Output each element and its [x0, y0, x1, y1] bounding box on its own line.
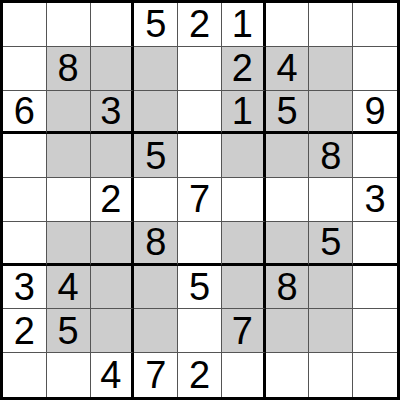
cell-r1c4-given[interactable]: 5: [134, 3, 178, 47]
cell-r8c1-given[interactable]: 2: [3, 309, 47, 353]
cell-r8c9-empty[interactable]: [353, 309, 397, 353]
cell-r1c6-given[interactable]: 1: [222, 3, 266, 47]
cell-r5c8-empty[interactable]: [309, 178, 353, 222]
cell-r9c6-empty[interactable]: [222, 353, 266, 397]
cell-r6c8-given[interactable]: 5: [309, 222, 353, 266]
cell-r9c2-empty[interactable]: [47, 353, 91, 397]
cell-r4c9-empty[interactable]: [353, 134, 397, 178]
cell-r6c6-empty[interactable]: [222, 222, 266, 266]
cell-r6c9-empty[interactable]: [353, 222, 397, 266]
cell-r7c1-given[interactable]: 3: [3, 266, 47, 310]
cell-r4c4-given[interactable]: 5: [134, 134, 178, 178]
cell-r2c4-empty[interactable]: [134, 47, 178, 91]
cell-r3c3-given[interactable]: 3: [91, 91, 135, 135]
cell-r3c4-empty[interactable]: [134, 91, 178, 135]
cell-r1c5-given[interactable]: 2: [178, 3, 222, 47]
cell-r7c9-empty[interactable]: [353, 266, 397, 310]
cell-r4c3-empty[interactable]: [91, 134, 135, 178]
cell-r1c3-empty[interactable]: [91, 3, 135, 47]
cell-r1c8-empty[interactable]: [309, 3, 353, 47]
cell-r9c8-empty[interactable]: [309, 353, 353, 397]
cell-r5c1-empty[interactable]: [3, 178, 47, 222]
cell-r2c8-empty[interactable]: [309, 47, 353, 91]
cell-r5c2-empty[interactable]: [47, 178, 91, 222]
cell-r7c4-empty[interactable]: [134, 266, 178, 310]
cell-r4c8-given[interactable]: 8: [309, 134, 353, 178]
cell-r1c2-empty[interactable]: [47, 3, 91, 47]
cell-r1c1-empty[interactable]: [3, 3, 47, 47]
cell-r1c9-empty[interactable]: [353, 3, 397, 47]
cell-r8c8-empty[interactable]: [309, 309, 353, 353]
cell-r7c7-given[interactable]: 8: [266, 266, 310, 310]
cell-r4c2-empty[interactable]: [47, 134, 91, 178]
cell-r5c3-given[interactable]: 2: [91, 178, 135, 222]
cell-r2c3-empty[interactable]: [91, 47, 135, 91]
cell-r2c7-given[interactable]: 4: [266, 47, 310, 91]
cell-r5c9-given[interactable]: 3: [353, 178, 397, 222]
cell-r8c6-given[interactable]: 7: [222, 309, 266, 353]
cell-r5c6-empty[interactable]: [222, 178, 266, 222]
cell-r4c5-empty[interactable]: [178, 134, 222, 178]
cell-r9c9-given[interactable]: [353, 353, 397, 397]
cell-r8c2-given[interactable]: 5: [47, 309, 91, 353]
cell-r5c5-given[interactable]: 7: [178, 178, 222, 222]
cell-r2c5-empty[interactable]: [178, 47, 222, 91]
cell-r2c2-given[interactable]: 8: [47, 47, 91, 91]
cell-r7c3-empty[interactable]: [91, 266, 135, 310]
cell-r7c2-given[interactable]: 4: [47, 266, 91, 310]
cell-r8c7-empty[interactable]: [266, 309, 310, 353]
cell-r6c1-empty[interactable]: [3, 222, 47, 266]
cell-r6c7-empty[interactable]: [266, 222, 310, 266]
cell-r5c7-empty[interactable]: [266, 178, 310, 222]
cell-r8c3-empty[interactable]: [91, 309, 135, 353]
cell-r9c7-empty[interactable]: [266, 353, 310, 397]
cell-r3c2-empty[interactable]: [47, 91, 91, 135]
cell-r4c6-empty[interactable]: [222, 134, 266, 178]
cell-r9c5-given[interactable]: 2: [178, 353, 222, 397]
cell-r2c1-empty[interactable]: [3, 47, 47, 91]
cell-r3c6-given[interactable]: 1: [222, 91, 266, 135]
cell-r8c4-empty[interactable]: [134, 309, 178, 353]
cell-r7c6-empty[interactable]: [222, 266, 266, 310]
cell-r6c3-empty[interactable]: [91, 222, 135, 266]
cell-r6c5-empty[interactable]: [178, 222, 222, 266]
cell-r4c1-empty[interactable]: [3, 134, 47, 178]
cell-r9c4-given[interactable]: 7: [134, 353, 178, 397]
sudoku-board: 5218246315958273853458257472: [0, 0, 400, 400]
cell-r7c5-given[interactable]: 5: [178, 266, 222, 310]
cell-r6c2-empty[interactable]: [47, 222, 91, 266]
cell-r9c3-given[interactable]: 4: [91, 353, 135, 397]
cell-r1c7-empty[interactable]: [266, 3, 310, 47]
cell-r7c8-empty[interactable]: [309, 266, 353, 310]
sudoku-puzzle: 5218246315958273853458257472: [0, 0, 400, 400]
cell-r2c6-given[interactable]: 2: [222, 47, 266, 91]
cell-r8c5-empty[interactable]: [178, 309, 222, 353]
cell-r5c4-empty[interactable]: [134, 178, 178, 222]
cell-r2c9-empty[interactable]: [353, 47, 397, 91]
cell-r3c8-empty[interactable]: [309, 91, 353, 135]
cell-r4c7-empty[interactable]: [266, 134, 310, 178]
cell-r3c5-empty[interactable]: [178, 91, 222, 135]
cell-r6c4-given[interactable]: 8: [134, 222, 178, 266]
cell-r3c1-given[interactable]: 6: [3, 91, 47, 135]
cell-r9c1-empty[interactable]: [3, 353, 47, 397]
cell-r3c9-given[interactable]: 9: [353, 91, 397, 135]
cell-r3c7-given[interactable]: 5: [266, 91, 310, 135]
